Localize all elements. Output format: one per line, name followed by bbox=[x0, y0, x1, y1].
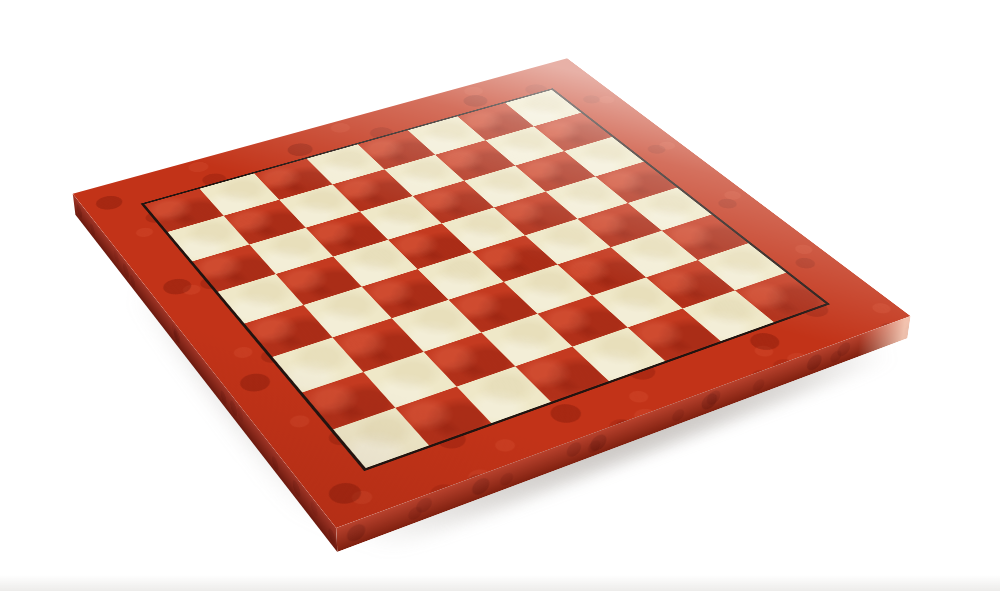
chess-board bbox=[73, 58, 911, 528]
photo-bottom-band bbox=[0, 575, 1000, 591]
studio-background bbox=[0, 0, 1000, 591]
board-top-face bbox=[73, 58, 911, 528]
